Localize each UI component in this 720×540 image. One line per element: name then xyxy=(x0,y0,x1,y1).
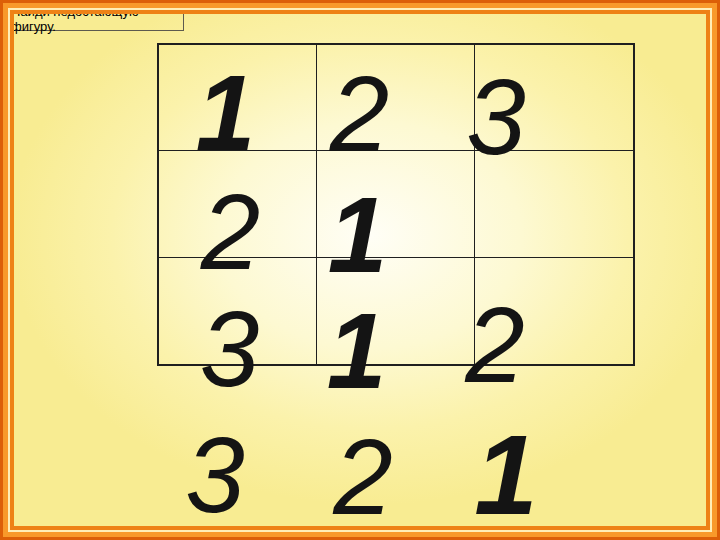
puzzle-slide: Найди недостающую фигуру. 1 2 3 2 1 3 1 … xyxy=(0,0,720,540)
grid-cell-r2c2: 1 xyxy=(317,151,475,257)
cell-value-r1c1: 1 xyxy=(196,59,256,166)
puzzle-grid: 1 2 3 2 1 3 1 2 xyxy=(157,43,635,366)
grid-cell-r1c2: 2 xyxy=(317,45,475,151)
grid-cell-r1c1: 1 xyxy=(159,45,317,151)
grid-cell-r1c3: 3 xyxy=(475,45,633,151)
instruction-box: Найди недостающую фигуру. xyxy=(6,6,184,31)
answer-option-2[interactable]: 2 xyxy=(333,424,393,531)
instruction-text: Найди недостающую фигуру. xyxy=(11,4,183,34)
grid-cell-r2c1: 2 xyxy=(159,151,317,257)
cell-value-r3c1: 3 xyxy=(200,295,260,402)
cell-value-r3c3: 2 xyxy=(465,291,525,398)
cell-value-r3c2: 1 xyxy=(327,297,387,404)
grid-cell-r3c3: 2 xyxy=(475,258,633,364)
answer-option-3[interactable]: 3 xyxy=(185,422,245,529)
grid-cell-r3c1: 3 xyxy=(159,258,317,364)
answer-option-1[interactable]: 1 xyxy=(474,418,537,532)
grid-cell-r2c3-missing[interactable] xyxy=(475,151,633,257)
grid-cell-r3c2: 1 xyxy=(317,258,475,364)
